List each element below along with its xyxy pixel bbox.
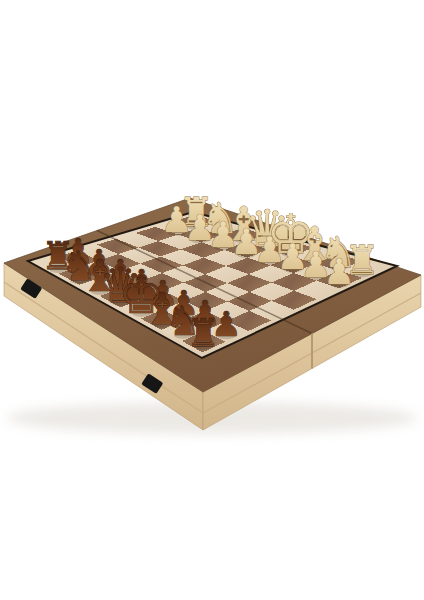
chess-set-photo: ♜♟♞♝♟♛♟♚♟♝♟♟♞♟♜♜♟♟♞♟♟♝♟♛♟♚♟♝♟♞♟♜ <box>0 0 424 600</box>
light-pawn-h2[interactable]: ♟ <box>323 251 355 292</box>
dark-rook-h8[interactable]: ♜ <box>187 311 221 355</box>
product-photo-canvas: ♜♟♞♝♟♛♟♚♟♝♟♟♞♟♜♜♟♟♞♟♟♝♟♛♟♚♟♝♟♞♟♜ <box>0 0 424 600</box>
chess-board: ♜♟♞♝♟♛♟♚♟♝♟♟♞♟♜♜♟♟♞♟♟♝♟♛♟♚♟♝♟♞♟♜ <box>0 0 424 600</box>
